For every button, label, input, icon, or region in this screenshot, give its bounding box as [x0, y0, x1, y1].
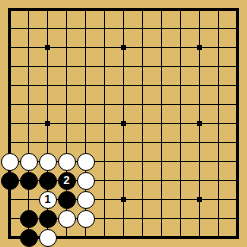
go-board: 21 — [0, 0, 247, 247]
white-stone — [1, 153, 19, 171]
black-stone — [1, 172, 19, 190]
star-point — [197, 197, 202, 202]
white-stone — [77, 172, 95, 190]
star-point — [121, 121, 126, 126]
black-stone — [20, 229, 38, 247]
star-point — [121, 197, 126, 202]
white-stone — [39, 229, 57, 247]
grid-line-vertical — [236, 8, 239, 239]
black-stone — [20, 210, 38, 228]
star-point — [197, 121, 202, 126]
white-stone — [20, 153, 38, 171]
white-stone — [39, 153, 57, 171]
grid-line-vertical — [218, 8, 219, 239]
star-point — [45, 121, 50, 126]
black-stone — [20, 172, 38, 190]
move-number-label: 1 — [44, 194, 50, 205]
black-stone: 2 — [58, 172, 76, 190]
white-stone: 1 — [39, 191, 57, 209]
move-number-label: 2 — [63, 175, 69, 186]
black-stone — [58, 191, 76, 209]
star-point — [121, 45, 126, 50]
grid-line-vertical — [180, 8, 181, 239]
black-stone — [39, 172, 57, 190]
star-point — [45, 45, 50, 50]
white-stone — [77, 191, 95, 209]
white-stone — [58, 153, 76, 171]
star-point — [197, 45, 202, 50]
white-stone — [77, 153, 95, 171]
grid-line-horizontal — [8, 142, 239, 143]
white-stone — [58, 210, 76, 228]
grid-line-vertical — [142, 8, 143, 239]
white-stone — [77, 210, 95, 228]
grid-line-vertical — [161, 8, 162, 239]
black-stone — [39, 210, 57, 228]
